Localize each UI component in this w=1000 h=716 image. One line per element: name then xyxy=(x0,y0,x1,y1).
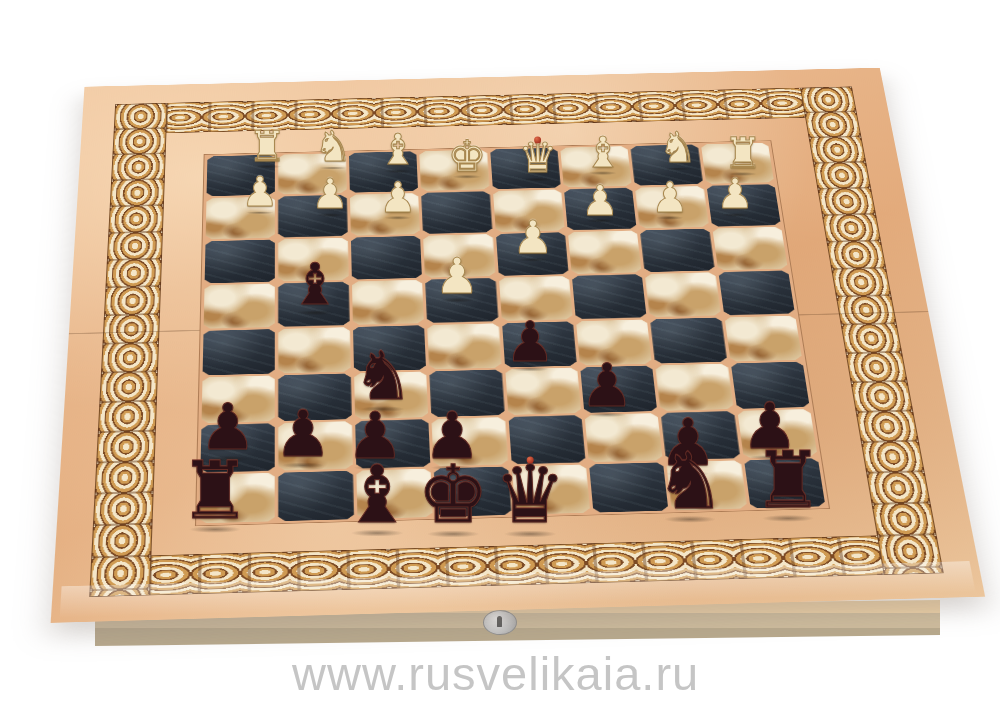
piece-black-b-c8[interactable]: ♝ xyxy=(341,455,413,535)
piece-white-r-h1[interactable]: ♜ xyxy=(724,132,762,175)
product-photo-canvas: ♜♞♞♝♝♜♚♛♟♟♟♟♟♟♟♟♝♟♞♟♟♟♟♟♟♟♜♞♜♝♚♛ www.rus… xyxy=(0,0,1000,716)
square-c3[interactable] xyxy=(351,236,422,280)
ornament-border-bottom xyxy=(89,534,944,597)
piece-black-n-g8[interactable]: ♞ xyxy=(655,442,725,520)
piece-white-p-c2[interactable]: ♟ xyxy=(379,177,416,219)
piece-black-p-b7[interactable]: ♟ xyxy=(274,402,332,466)
square-a5[interactable] xyxy=(203,329,276,376)
square-d5[interactable] xyxy=(427,323,501,369)
piece-black-b-b4[interactable]: ♝ xyxy=(289,256,340,313)
piece-white-p-e3[interactable]: ♟ xyxy=(513,215,554,261)
square-g5[interactable] xyxy=(650,317,727,363)
piece-black-q-e8[interactable]: ♛ xyxy=(494,455,566,535)
piece-white-p-h2[interactable]: ♟ xyxy=(716,174,753,215)
square-h5[interactable] xyxy=(724,315,802,361)
square-f3[interactable] xyxy=(568,230,642,274)
ornament-border-left xyxy=(89,103,167,597)
square-c4[interactable] xyxy=(352,280,424,325)
square-g3[interactable] xyxy=(640,228,715,272)
square-b5[interactable] xyxy=(278,327,351,374)
square-a3[interactable] xyxy=(205,239,276,283)
watermark: www.rusvelikaia.ru xyxy=(292,646,699,701)
piece-white-k-d1[interactable]: ♚ xyxy=(448,135,487,178)
piece-white-b-f1[interactable]: ♝ xyxy=(584,131,622,174)
piece-white-p-b2[interactable]: ♟ xyxy=(311,174,348,215)
square-d2[interactable] xyxy=(421,191,492,234)
piece-black-r-a8[interactable]: ♜ xyxy=(179,451,250,530)
piece-white-n-b1[interactable]: ♞ xyxy=(314,126,352,168)
piece-white-n-g1[interactable]: ♞ xyxy=(659,127,697,169)
square-f4[interactable] xyxy=(572,274,647,319)
square-h4[interactable] xyxy=(718,270,795,315)
piece-white-b-c1[interactable]: ♝ xyxy=(379,129,417,171)
piece-white-r-a1[interactable]: ♜ xyxy=(248,126,286,168)
square-e6[interactable] xyxy=(505,367,581,415)
piece-white-p-g2[interactable]: ♟ xyxy=(651,177,688,219)
square-a4[interactable] xyxy=(204,283,276,328)
square-f7[interactable] xyxy=(584,413,663,462)
piece-black-p-e6[interactable]: ♟ xyxy=(505,315,555,370)
keyhole-icon xyxy=(483,610,517,635)
piece-black-p-f6[interactable]: ♟ xyxy=(580,356,633,416)
piece-black-r-h8[interactable]: ♜ xyxy=(753,441,823,519)
piece-white-p-a2[interactable]: ♟ xyxy=(242,172,279,213)
square-h3[interactable] xyxy=(712,227,788,271)
piece-white-p-d4[interactable]: ♟ xyxy=(435,252,479,301)
piece-white-p-f2[interactable]: ♟ xyxy=(581,180,619,222)
square-g4[interactable] xyxy=(645,272,721,317)
piece-white-q-e1[interactable]: ♛ xyxy=(519,136,558,179)
piece-black-k-d8[interactable]: ♚ xyxy=(417,455,489,535)
